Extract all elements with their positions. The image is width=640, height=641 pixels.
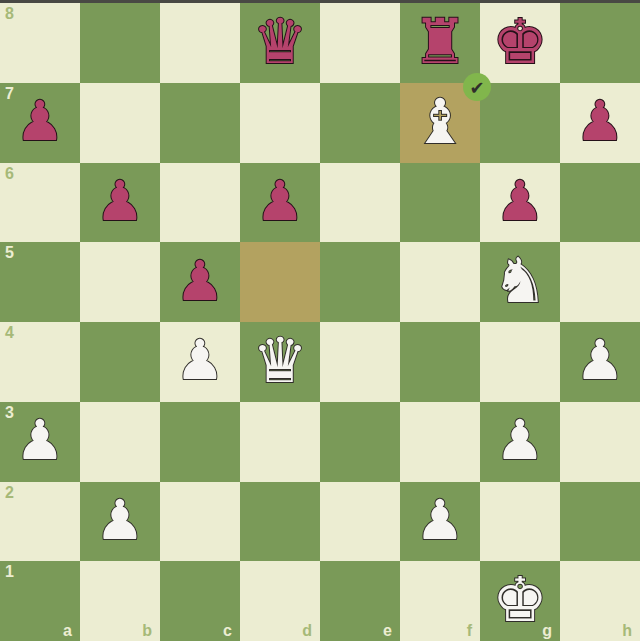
rank-label-3: 3 [5,405,14,421]
piece-black-pawn-d6[interactable]: ♟ [255,174,304,229]
square-b6[interactable]: ♟ [80,163,160,243]
square-a8[interactable]: 8 [0,3,80,83]
square-d8[interactable]: ♛ [240,3,320,83]
file-label-d: d [302,623,312,639]
square-g3[interactable]: ♟ [480,402,560,482]
square-g8[interactable]: ♚ [480,3,560,83]
square-h3[interactable] [560,402,640,482]
piece-black-pawn-c5[interactable]: ♟ [175,254,224,309]
square-c7[interactable] [160,83,240,163]
square-a3[interactable]: 3♟ [0,402,80,482]
square-d3[interactable] [240,402,320,482]
square-b8[interactable] [80,3,160,83]
rank-label-5: 5 [5,245,14,261]
piece-white-knight-g5[interactable]: ♞ [492,250,548,312]
piece-white-pawn-h4[interactable]: ♟ [575,333,624,388]
square-a7[interactable]: 7♟ [0,83,80,163]
square-e3[interactable] [320,402,400,482]
square-d1[interactable]: d [240,561,320,641]
square-g4[interactable] [480,322,560,402]
square-d4[interactable]: ♛ [240,322,320,402]
square-h2[interactable] [560,482,640,562]
piece-white-pawn-c4[interactable]: ♟ [175,333,224,388]
rank-label-7: 7 [5,86,14,102]
square-e7[interactable] [320,83,400,163]
square-f5[interactable] [400,242,480,322]
piece-white-bishop-f7[interactable]: ♝ [412,91,468,153]
square-a5[interactable]: 5 [0,242,80,322]
square-g2[interactable] [480,482,560,562]
square-e1[interactable]: e [320,561,400,641]
square-d7[interactable] [240,83,320,163]
file-label-a: a [63,623,72,639]
square-g5[interactable]: ♞ [480,242,560,322]
file-label-c: c [223,623,232,639]
square-c2[interactable] [160,482,240,562]
square-g6[interactable]: ♟ [480,163,560,243]
square-a6[interactable]: 6 [0,163,80,243]
square-a4[interactable]: 4 [0,322,80,402]
piece-black-queen-d8[interactable]: ♛ [252,11,308,73]
square-b7[interactable] [80,83,160,163]
square-f4[interactable] [400,322,480,402]
piece-white-queen-d4[interactable]: ♛ [252,330,308,392]
piece-black-pawn-a7[interactable]: ♟ [15,94,64,149]
square-b4[interactable] [80,322,160,402]
square-h7[interactable]: ♟ [560,83,640,163]
square-e8[interactable] [320,3,400,83]
square-c4[interactable]: ♟ [160,322,240,402]
piece-white-pawn-f2[interactable]: ♟ [415,493,464,548]
file-label-h: h [622,623,632,639]
square-f8[interactable]: ♜ [400,3,480,83]
square-c5[interactable]: ♟ [160,242,240,322]
rank-label-4: 4 [5,325,14,341]
square-h4[interactable]: ♟ [560,322,640,402]
square-e6[interactable] [320,163,400,243]
square-f1[interactable]: f [400,561,480,641]
square-f6[interactable] [400,163,480,243]
piece-white-pawn-a3[interactable]: ♟ [15,413,64,468]
square-c3[interactable] [160,402,240,482]
square-h8[interactable] [560,3,640,83]
square-b1[interactable]: b [80,561,160,641]
square-d2[interactable] [240,482,320,562]
square-g1[interactable]: g♚ [480,561,560,641]
file-label-e: e [383,623,392,639]
square-d6[interactable]: ♟ [240,163,320,243]
square-b3[interactable] [80,402,160,482]
file-label-f: f [467,623,472,639]
piece-black-pawn-b6[interactable]: ♟ [95,174,144,229]
rank-label-8: 8 [5,6,14,22]
square-b5[interactable] [80,242,160,322]
piece-white-king-g1[interactable]: ♚ [492,569,548,631]
square-f3[interactable] [400,402,480,482]
checkmark-icon: ✔ [469,77,484,98]
square-c8[interactable] [160,3,240,83]
square-e5[interactable] [320,242,400,322]
chess-board: 8♛♜♚7♟♝♟6♟♟♟5♟♞4♟♛♟3♟♟2♟♟1abcdefg♚h [0,3,640,641]
square-h6[interactable] [560,163,640,243]
piece-white-pawn-b2[interactable]: ♟ [95,493,144,548]
piece-white-pawn-g3[interactable]: ♟ [495,413,544,468]
file-label-b: b [142,623,152,639]
square-h1[interactable]: h [560,561,640,641]
piece-black-pawn-g6[interactable]: ♟ [495,174,544,229]
rank-label-1: 1 [5,564,14,580]
square-g7[interactable] [480,83,560,163]
square-c1[interactable]: c [160,561,240,641]
square-h5[interactable] [560,242,640,322]
rank-label-6: 6 [5,166,14,182]
correct-move-badge: ✔ [463,73,491,101]
square-a2[interactable]: 2 [0,482,80,562]
rank-label-2: 2 [5,485,14,501]
square-d5[interactable] [240,242,320,322]
square-a1[interactable]: 1a [0,561,80,641]
square-f2[interactable]: ♟ [400,482,480,562]
square-e4[interactable] [320,322,400,402]
square-b2[interactable]: ♟ [80,482,160,562]
piece-black-pawn-h7[interactable]: ♟ [575,94,624,149]
piece-black-rook-f8[interactable]: ♜ [412,11,468,73]
square-c6[interactable] [160,163,240,243]
square-e2[interactable] [320,482,400,562]
piece-black-king-g8[interactable]: ♚ [492,11,548,73]
